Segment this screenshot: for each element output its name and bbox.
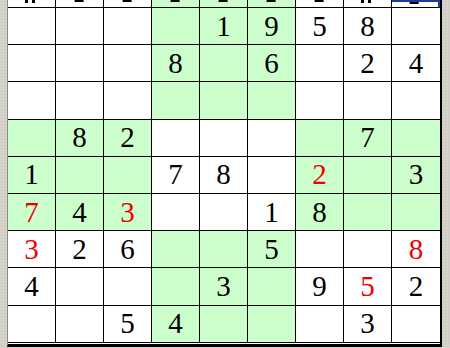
cell-r7c1[interactable]: 3 — [8, 231, 56, 268]
app-window: { "game": "sudoku", "board": { "rows": 9… — [0, 0, 450, 348]
cell-r5c7[interactable]: 2 — [296, 157, 344, 194]
digit-bottom-mark — [361, 0, 371, 3]
cell-r4c5[interactable] — [200, 120, 248, 157]
cell-r4c1[interactable] — [8, 120, 56, 157]
cell-r7c8[interactable] — [344, 231, 392, 268]
cell-r6c4[interactable] — [152, 194, 200, 231]
cell-r1c6[interactable]: 9 — [248, 8, 296, 45]
digit-bottom-mark — [25, 0, 35, 3]
cell-r9c3[interactable]: 5 — [104, 306, 152, 343]
cell-r4c7[interactable] — [296, 120, 344, 157]
cell-r9c1[interactable] — [8, 306, 56, 343]
cell-r5c9[interactable]: 3 — [392, 157, 440, 194]
cell-r7c6[interactable]: 5 — [248, 231, 296, 268]
cell-r9c7[interactable] — [296, 306, 344, 343]
cell-r2c2[interactable] — [56, 45, 104, 82]
cell-r6c7[interactable]: 8 — [296, 194, 344, 231]
cell-r1c9[interactable] — [392, 8, 440, 45]
cell-r3c4[interactable] — [152, 82, 200, 119]
digit-bottom-mark — [314, 0, 323, 2]
cell-r2c7[interactable] — [296, 45, 344, 82]
cell-r6c1[interactable]: 7 — [8, 194, 56, 231]
cell-r3c3[interactable] — [104, 82, 152, 119]
cutoff-row-cell-c5 — [200, 0, 248, 8]
cell-r1c4[interactable] — [152, 8, 200, 45]
digit-bottom-mark — [266, 0, 275, 2]
cutoff-row-cell-c2 — [56, 0, 104, 8]
cell-r6c3[interactable]: 3 — [104, 194, 152, 231]
cutoff-row-cell-c3 — [104, 0, 152, 8]
cell-r4c2[interactable]: 8 — [56, 120, 104, 157]
cell-r8c1[interactable]: 4 — [8, 268, 56, 305]
cell-r3c7[interactable] — [296, 82, 344, 119]
cell-r5c5[interactable]: 8 — [200, 157, 248, 194]
cell-r2c8[interactable]: 2 — [344, 45, 392, 82]
cell-r2c1[interactable] — [8, 45, 56, 82]
cell-r4c8[interactable]: 7 — [344, 120, 392, 157]
cell-r9c8[interactable]: 3 — [344, 306, 392, 343]
cell-r9c5[interactable] — [200, 306, 248, 343]
cell-r8c3[interactable] — [104, 268, 152, 305]
cell-r1c2[interactable] — [56, 8, 104, 45]
cell-r7c4[interactable] — [152, 231, 200, 268]
cell-r1c8[interactable]: 8 — [344, 8, 392, 45]
cell-r5c6[interactable] — [248, 157, 296, 194]
cutoff-row-cell-c8 — [344, 0, 392, 8]
cell-r7c7[interactable] — [296, 231, 344, 268]
sudoku-board: 1958862482717823743183265843952543 — [7, 0, 442, 347]
cutoff-row-cell-c6 — [248, 0, 296, 8]
cutoff-row-cell-c4 — [152, 0, 200, 8]
cell-r9c4[interactable]: 4 — [152, 306, 200, 343]
cell-r6c2[interactable]: 4 — [56, 194, 104, 231]
cell-r5c3[interactable] — [104, 157, 152, 194]
cell-r1c3[interactable] — [104, 8, 152, 45]
cell-r7c5[interactable] — [200, 231, 248, 268]
cell-r4c6[interactable] — [248, 120, 296, 157]
cell-r3c5[interactable] — [200, 82, 248, 119]
cell-r6c8[interactable] — [344, 194, 392, 231]
cell-r4c3[interactable]: 2 — [104, 120, 152, 157]
cell-r8c2[interactable] — [56, 268, 104, 305]
cell-r6c6[interactable]: 1 — [248, 194, 296, 231]
cell-r2c5[interactable] — [200, 45, 248, 82]
cell-r3c8[interactable] — [344, 82, 392, 119]
cell-r8c9[interactable]: 2 — [392, 268, 440, 305]
cell-r2c3[interactable] — [104, 45, 152, 82]
cell-r7c2[interactable]: 2 — [56, 231, 104, 268]
cell-r5c2[interactable] — [56, 157, 104, 194]
digit-bottom-mark — [74, 0, 83, 2]
cell-r6c9[interactable] — [392, 194, 440, 231]
cell-r5c4[interactable]: 7 — [152, 157, 200, 194]
cell-r4c4[interactable] — [152, 120, 200, 157]
cell-r1c5[interactable]: 1 — [200, 8, 248, 45]
cutoff-row-selected-cell[interactable] — [392, 0, 440, 8]
cell-r5c8[interactable] — [344, 157, 392, 194]
cell-r8c4[interactable] — [152, 268, 200, 305]
cell-r3c9[interactable] — [392, 82, 440, 119]
digit-bottom-mark — [122, 0, 131, 2]
cell-r9c2[interactable] — [56, 306, 104, 343]
cutoff-row-cell-c1 — [8, 0, 56, 8]
cell-r9c9[interactable] — [392, 306, 440, 343]
cell-r7c9[interactable]: 8 — [392, 231, 440, 268]
cell-r6c5[interactable] — [200, 194, 248, 231]
cell-r3c2[interactable] — [56, 82, 104, 119]
cell-r9c6[interactable] — [248, 306, 296, 343]
cell-r8c6[interactable] — [248, 268, 296, 305]
cell-r7c3[interactable]: 6 — [104, 231, 152, 268]
cell-r8c5[interactable]: 3 — [200, 268, 248, 305]
cell-r4c9[interactable] — [392, 120, 440, 157]
cutoff-row-cell-c7 — [296, 0, 344, 8]
cell-r3c1[interactable] — [8, 82, 56, 119]
digit-bottom-mark — [410, 2, 419, 4]
cell-r5c1[interactable]: 1 — [8, 157, 56, 194]
cell-r2c6[interactable]: 6 — [248, 45, 296, 82]
cell-r1c1[interactable] — [8, 8, 56, 45]
cell-r8c8[interactable]: 5 — [344, 268, 392, 305]
digit-bottom-mark — [218, 0, 227, 2]
digit-bottom-mark — [170, 0, 179, 2]
cell-r3c6[interactable] — [248, 82, 296, 119]
cell-r1c7[interactable]: 5 — [296, 8, 344, 45]
cell-r8c7[interactable]: 9 — [296, 268, 344, 305]
cell-r2c4[interactable]: 8 — [152, 45, 200, 82]
cell-r2c9[interactable]: 4 — [392, 45, 440, 82]
